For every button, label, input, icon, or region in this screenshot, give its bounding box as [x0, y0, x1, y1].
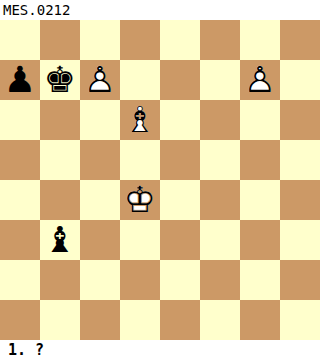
black-bishop-b3[interactable]: ♝: [40, 220, 80, 260]
square-c1[interactable]: [80, 300, 120, 340]
white-pawn-icon-fill: ♟: [80, 60, 120, 100]
square-c8[interactable]: [80, 20, 120, 60]
square-e4[interactable]: [160, 180, 200, 220]
square-c5[interactable]: [80, 140, 120, 180]
square-a1[interactable]: [0, 300, 40, 340]
square-f4[interactable]: [200, 180, 240, 220]
white-pawn-c7[interactable]: ♟♙: [80, 60, 120, 100]
square-f7[interactable]: [200, 60, 240, 100]
white-bishop-icon: ♗: [120, 100, 160, 140]
diagram-id: MES.0212: [3, 2, 70, 18]
square-g2[interactable]: [240, 260, 280, 300]
square-e3[interactable]: [160, 220, 200, 260]
square-g8[interactable]: [240, 20, 280, 60]
square-d7[interactable]: [120, 60, 160, 100]
square-a5[interactable]: [0, 140, 40, 180]
square-b4[interactable]: [40, 180, 80, 220]
square-a4[interactable]: [0, 180, 40, 220]
square-h2[interactable]: [280, 260, 320, 300]
square-b8[interactable]: [40, 20, 80, 60]
black-king-b7[interactable]: ♚: [40, 60, 80, 100]
square-a6[interactable]: [0, 100, 40, 140]
square-h1[interactable]: [280, 300, 320, 340]
square-d3[interactable]: [120, 220, 160, 260]
square-a2[interactable]: [0, 260, 40, 300]
square-f6[interactable]: [200, 100, 240, 140]
square-d1[interactable]: [120, 300, 160, 340]
square-c6[interactable]: [80, 100, 120, 140]
square-h6[interactable]: [280, 100, 320, 140]
white-king-icon-fill: ♚: [120, 180, 160, 220]
black-bishop-icon: ♝: [40, 220, 80, 260]
white-pawn-icon-fill: ♟: [240, 60, 280, 100]
square-a8[interactable]: [0, 20, 40, 60]
square-h4[interactable]: [280, 180, 320, 220]
square-b1[interactable]: [40, 300, 80, 340]
square-c2[interactable]: [80, 260, 120, 300]
square-g1[interactable]: [240, 300, 280, 340]
black-pawn-a7[interactable]: ♟: [0, 60, 40, 100]
white-bishop-icon-fill: ♝: [120, 100, 160, 140]
square-f3[interactable]: [200, 220, 240, 260]
square-b6[interactable]: [40, 100, 80, 140]
square-e8[interactable]: [160, 20, 200, 60]
status-bar: 1. ?: [0, 340, 320, 360]
white-bishop-d6[interactable]: ♝♗: [120, 100, 160, 140]
square-h7[interactable]: [280, 60, 320, 100]
square-d5[interactable]: [120, 140, 160, 180]
square-c3[interactable]: [80, 220, 120, 260]
square-d8[interactable]: [120, 20, 160, 60]
square-f8[interactable]: [200, 20, 240, 60]
move-prompt: 1. ?: [8, 341, 44, 359]
square-b5[interactable]: [40, 140, 80, 180]
square-f1[interactable]: [200, 300, 240, 340]
square-f5[interactable]: [200, 140, 240, 180]
square-g3[interactable]: [240, 220, 280, 260]
chess-board: ♟♚♟♙♟♙♝♗♚♔♝: [0, 20, 320, 340]
white-pawn-icon: ♙: [80, 60, 120, 100]
square-e5[interactable]: [160, 140, 200, 180]
white-king-icon: ♔: [120, 180, 160, 220]
diagram-title-bar: MES.0212: [0, 0, 320, 20]
white-king-d4[interactable]: ♚♔: [120, 180, 160, 220]
black-king-icon: ♚: [40, 60, 80, 100]
square-g5[interactable]: [240, 140, 280, 180]
white-pawn-g7[interactable]: ♟♙: [240, 60, 280, 100]
square-e6[interactable]: [160, 100, 200, 140]
square-h8[interactable]: [280, 20, 320, 60]
square-g4[interactable]: [240, 180, 280, 220]
square-f2[interactable]: [200, 260, 240, 300]
square-d2[interactable]: [120, 260, 160, 300]
square-e1[interactable]: [160, 300, 200, 340]
square-h3[interactable]: [280, 220, 320, 260]
square-e2[interactable]: [160, 260, 200, 300]
square-b2[interactable]: [40, 260, 80, 300]
square-c4[interactable]: [80, 180, 120, 220]
square-e7[interactable]: [160, 60, 200, 100]
black-pawn-icon: ♟: [0, 60, 40, 100]
square-g6[interactable]: [240, 100, 280, 140]
square-a3[interactable]: [0, 220, 40, 260]
square-h5[interactable]: [280, 140, 320, 180]
white-pawn-icon: ♙: [240, 60, 280, 100]
